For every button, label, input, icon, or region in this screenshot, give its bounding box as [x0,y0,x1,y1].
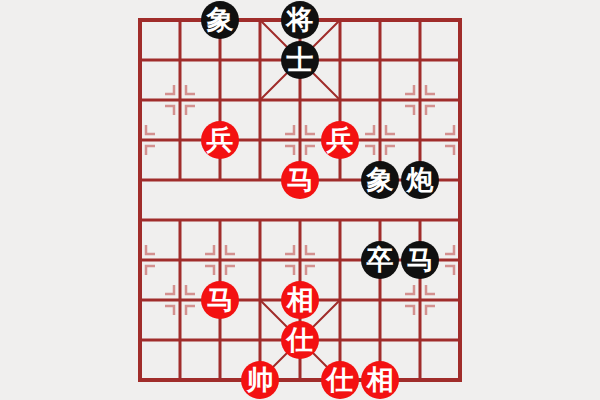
piece-black-horse[interactable]: 马 [401,241,439,279]
piece-black-cannon[interactable]: 炮 [401,161,439,199]
piece-red-elephant[interactable]: 相 [281,281,319,319]
piece-black-elephant[interactable]: 象 [361,161,399,199]
pieces-layer: 象将士兵兵马象炮卒马马相仕帅仕相 [0,0,600,400]
xiangqi-board-area: 象将士兵兵马象炮卒马马相仕帅仕相 [0,0,600,400]
piece-red-advisor[interactable]: 仕 [281,321,319,359]
piece-black-general[interactable]: 将 [281,1,319,39]
piece-red-advisor[interactable]: 仕 [321,361,359,399]
piece-red-general[interactable]: 帅 [241,361,279,399]
piece-black-soldier[interactable]: 卒 [361,241,399,279]
piece-red-elephant[interactable]: 相 [361,361,399,399]
piece-red-horse[interactable]: 马 [201,281,239,319]
piece-red-soldier[interactable]: 兵 [321,121,359,159]
piece-black-advisor[interactable]: 士 [281,41,319,79]
piece-black-elephant[interactable]: 象 [201,1,239,39]
piece-red-soldier[interactable]: 兵 [201,121,239,159]
piece-red-horse[interactable]: 马 [281,161,319,199]
